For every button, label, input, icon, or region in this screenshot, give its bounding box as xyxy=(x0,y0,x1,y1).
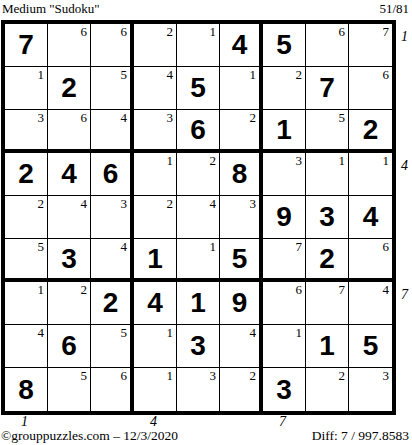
pencil-mark: 5 xyxy=(339,110,346,125)
cell-r7c6[interactable]: 9 xyxy=(220,282,263,325)
cell-value: 5 xyxy=(349,325,392,367)
pencil-mark: 1 xyxy=(210,24,217,39)
pencil-mark: 2 xyxy=(296,67,303,82)
cell-value: 3 xyxy=(263,368,305,411)
pencil-mark: 5 xyxy=(121,67,128,82)
cell-value: 4 xyxy=(349,196,392,238)
pencil-mark: 4 xyxy=(81,196,88,211)
cell-r5c5[interactable]: 4 xyxy=(177,196,220,239)
cell-value: 6 xyxy=(91,153,130,195)
cell-r4c9[interactable]: 1 xyxy=(349,153,392,196)
row-label-4: 4 xyxy=(401,159,408,173)
col-label-7: 7 xyxy=(279,415,286,429)
cell-value: 5 xyxy=(177,67,219,109)
cell-value: 3 xyxy=(48,239,90,278)
cell-r5c4[interactable]: 2 xyxy=(134,196,177,239)
row-label-7: 7 xyxy=(401,288,408,302)
row-label-1: 1 xyxy=(401,30,408,44)
cell-value: 9 xyxy=(263,196,305,238)
pencil-mark: 4 xyxy=(121,239,128,254)
cell-r3c9[interactable]: 2 xyxy=(349,110,392,153)
pencil-mark: 3 xyxy=(250,196,257,211)
pencil-mark: 2 xyxy=(339,368,346,383)
pencil-mark: 7 xyxy=(296,239,303,254)
cell-r6c5[interactable]: 1 xyxy=(177,239,220,282)
pencil-mark: 4 xyxy=(121,110,128,125)
cell-r7c1[interactable]: 1 xyxy=(5,282,48,325)
cell-r1c1[interactable]: 7 xyxy=(5,24,48,67)
cell-r4c7[interactable]: 3 xyxy=(263,153,306,196)
cell-r7c9[interactable]: 4 xyxy=(349,282,392,325)
cell-r5c6[interactable]: 3 xyxy=(220,196,263,239)
progress-counter: 51/81 xyxy=(379,1,409,17)
cell-r7c4[interactable]: 4 xyxy=(134,282,177,325)
cell-value: 2 xyxy=(91,282,130,324)
cell-r3c6[interactable]: 2 xyxy=(220,110,263,153)
pencil-mark: 1 xyxy=(167,368,174,383)
pencil-mark: 2 xyxy=(250,110,257,125)
cell-value: 4 xyxy=(134,282,176,324)
cell-r2c1[interactable]: 1 xyxy=(5,67,48,110)
cell-r5c7[interactable]: 9 xyxy=(263,196,306,239)
cell-r2c6[interactable]: 1 xyxy=(220,67,263,110)
footer: ©grouppuzzles.com – 12/3/2020 Diff: 7 / … xyxy=(0,428,412,444)
pencil-mark: 4 xyxy=(210,196,217,211)
pencil-mark: 3 xyxy=(121,196,128,211)
cell-value: 4 xyxy=(48,153,90,195)
pencil-mark: 6 xyxy=(296,282,303,297)
pencil-mark: 4 xyxy=(383,282,390,297)
pencil-mark: 2 xyxy=(167,24,174,39)
cell-value: 1 xyxy=(306,325,348,367)
cell-r1c2[interactable]: 6 xyxy=(48,24,91,67)
cell-value: 1 xyxy=(177,282,219,324)
cell-r3c4[interactable]: 3 xyxy=(134,110,177,153)
cell-r3c8[interactable]: 5 xyxy=(306,110,349,153)
cell-r6c1[interactable]: 5 xyxy=(5,239,48,282)
cell-r7c7[interactable]: 6 xyxy=(263,282,306,325)
cell-r1c8[interactable]: 6 xyxy=(306,24,349,67)
sudoku-board: 7662145671254512763643621522461283112432… xyxy=(1,20,396,415)
cell-r2c8[interactable]: 7 xyxy=(306,67,349,110)
col-label-4: 4 xyxy=(150,415,157,429)
pencil-mark: 3 xyxy=(210,368,217,383)
cell-r8c8[interactable]: 1 xyxy=(306,325,349,368)
cell-r5c9[interactable]: 4 xyxy=(349,196,392,239)
pencil-mark: 3 xyxy=(296,153,303,168)
pencil-mark: 5 xyxy=(121,325,128,340)
cell-r2c7[interactable]: 2 xyxy=(263,67,306,110)
cell-r7c3[interactable]: 2 xyxy=(91,282,134,325)
cell-r2c9[interactable]: 6 xyxy=(349,67,392,110)
pencil-mark: 4 xyxy=(167,67,174,82)
cell-r1c7[interactable]: 5 xyxy=(263,24,306,67)
cell-value: 5 xyxy=(220,239,259,278)
pencil-mark: 1 xyxy=(383,153,390,168)
pencil-mark: 5 xyxy=(81,368,88,383)
cell-r3c2[interactable]: 6 xyxy=(48,110,91,153)
cell-r8c9[interactable]: 5 xyxy=(349,325,392,368)
cell-r4c1[interactable]: 2 xyxy=(5,153,48,196)
row-labels: 147 xyxy=(399,20,412,415)
pencil-mark: 1 xyxy=(38,67,45,82)
cell-value: 1 xyxy=(263,110,305,149)
cell-r3c1[interactable]: 3 xyxy=(5,110,48,153)
puzzle-title: Medium "Sudoku" xyxy=(2,1,100,17)
cell-r5c1[interactable]: 2 xyxy=(5,196,48,239)
cell-r8c6[interactable]: 4 xyxy=(220,325,263,368)
cell-r2c3[interactable]: 5 xyxy=(91,67,134,110)
pencil-mark: 6 xyxy=(383,67,390,82)
cell-r9c3[interactable]: 6 xyxy=(91,368,134,411)
cell-value: 1 xyxy=(134,239,176,278)
cell-r9c7[interactable]: 3 xyxy=(263,368,306,411)
cell-r8c5[interactable]: 3 xyxy=(177,325,220,368)
pencil-mark: 1 xyxy=(296,325,303,340)
cell-r9c6[interactable]: 2 xyxy=(220,368,263,411)
pencil-mark: 5 xyxy=(38,239,45,254)
cell-value: 6 xyxy=(48,325,90,367)
cell-value: 7 xyxy=(306,67,348,109)
cell-r5c8[interactable]: 3 xyxy=(306,196,349,239)
cell-r1c5[interactable]: 1 xyxy=(177,24,220,67)
cell-r4c2[interactable]: 4 xyxy=(48,153,91,196)
cell-value: 2 xyxy=(48,67,90,109)
cell-r4c6[interactable]: 8 xyxy=(220,153,263,196)
pencil-mark: 2 xyxy=(167,196,174,211)
pencil-mark: 1 xyxy=(339,153,346,168)
cell-r4c8[interactable]: 1 xyxy=(306,153,349,196)
cell-r1c3[interactable]: 6 xyxy=(91,24,134,67)
pencil-mark: 3 xyxy=(167,110,174,125)
pencil-mark: 6 xyxy=(81,110,88,125)
col-label-1: 1 xyxy=(21,415,28,429)
pencil-mark: 6 xyxy=(121,368,128,383)
cell-r2c2[interactable]: 2 xyxy=(48,67,91,110)
cell-r6c6[interactable]: 5 xyxy=(220,239,263,282)
cell-r7c2[interactable]: 2 xyxy=(48,282,91,325)
cell-r6c8[interactable]: 2 xyxy=(306,239,349,282)
pencil-mark: 6 xyxy=(339,24,346,39)
pencil-mark: 1 xyxy=(38,282,45,297)
col-labels: 147 xyxy=(1,415,396,429)
pencil-mark: 4 xyxy=(38,325,45,340)
cell-r2c5[interactable]: 5 xyxy=(177,67,220,110)
cell-r5c3[interactable]: 3 xyxy=(91,196,134,239)
cell-r8c4[interactable]: 1 xyxy=(134,325,177,368)
cell-r8c7[interactable]: 1 xyxy=(263,325,306,368)
cell-r2c4[interactable]: 4 xyxy=(134,67,177,110)
cell-r3c5[interactable]: 6 xyxy=(177,110,220,153)
cell-r4c3[interactable]: 6 xyxy=(91,153,134,196)
cell-value: 9 xyxy=(220,282,259,324)
cell-value: 5 xyxy=(263,24,305,66)
pencil-mark: 6 xyxy=(383,239,390,254)
cell-r6c7[interactable]: 7 xyxy=(263,239,306,282)
cell-value: 4 xyxy=(220,24,259,66)
cell-value: 7 xyxy=(5,24,47,66)
cell-value: 3 xyxy=(177,325,219,367)
pencil-mark: 6 xyxy=(121,24,128,39)
cell-value: 8 xyxy=(220,153,259,195)
cell-r9c1[interactable]: 8 xyxy=(5,368,48,411)
cell-r4c4[interactable]: 1 xyxy=(134,153,177,196)
cell-r3c3[interactable]: 4 xyxy=(91,110,134,153)
pencil-mark: 1 xyxy=(167,325,174,340)
pencil-mark: 7 xyxy=(383,24,390,39)
sudoku-page: Medium "Sudoku" 51/81 766214567125451276… xyxy=(0,0,412,445)
cell-r9c5[interactable]: 3 xyxy=(177,368,220,411)
cell-r6c2[interactable]: 3 xyxy=(48,239,91,282)
cell-r3c7[interactable]: 1 xyxy=(263,110,306,153)
cell-value: 6 xyxy=(177,110,219,149)
cell-value: 2 xyxy=(306,239,348,278)
pencil-mark: 1 xyxy=(210,239,217,254)
cell-r8c3[interactable]: 5 xyxy=(91,325,134,368)
cell-r9c2[interactable]: 5 xyxy=(48,368,91,411)
cell-r5c2[interactable]: 4 xyxy=(48,196,91,239)
cell-value: 2 xyxy=(5,153,47,195)
cell-r7c8[interactable]: 7 xyxy=(306,282,349,325)
pencil-mark: 2 xyxy=(210,153,217,168)
cell-r6c3[interactable]: 4 xyxy=(91,239,134,282)
cell-r9c9[interactable]: 3 xyxy=(349,368,392,411)
pencil-mark: 7 xyxy=(339,282,346,297)
cell-r7c5[interactable]: 1 xyxy=(177,282,220,325)
pencil-mark: 4 xyxy=(250,325,257,340)
cell-r8c2[interactable]: 6 xyxy=(48,325,91,368)
cell-r1c6[interactable]: 4 xyxy=(220,24,263,67)
cell-r9c4[interactable]: 1 xyxy=(134,368,177,411)
header: Medium "Sudoku" 51/81 xyxy=(0,0,412,19)
pencil-mark: 3 xyxy=(383,368,390,383)
cell-value: 2 xyxy=(349,110,392,149)
cell-r9c8[interactable]: 2 xyxy=(306,368,349,411)
pencil-mark: 2 xyxy=(250,368,257,383)
cell-r1c9[interactable]: 7 xyxy=(349,24,392,67)
pencil-mark: 2 xyxy=(38,196,45,211)
cell-r1c4[interactable]: 2 xyxy=(134,24,177,67)
cell-value: 8 xyxy=(5,368,47,411)
footer-difficulty: Diff: 7 / 997.8583 xyxy=(312,428,409,444)
pencil-mark: 3 xyxy=(38,110,45,125)
pencil-mark: 2 xyxy=(81,282,88,297)
pencil-mark: 1 xyxy=(250,67,257,82)
cell-r4c5[interactable]: 2 xyxy=(177,153,220,196)
pencil-mark: 6 xyxy=(81,24,88,39)
footer-copyright: ©grouppuzzles.com – 12/3/2020 xyxy=(1,428,178,444)
cell-r6c9[interactable]: 6 xyxy=(349,239,392,282)
cell-r6c4[interactable]: 1 xyxy=(134,239,177,282)
cell-value: 3 xyxy=(306,196,348,238)
cell-r8c1[interactable]: 4 xyxy=(5,325,48,368)
pencil-mark: 1 xyxy=(167,153,174,168)
